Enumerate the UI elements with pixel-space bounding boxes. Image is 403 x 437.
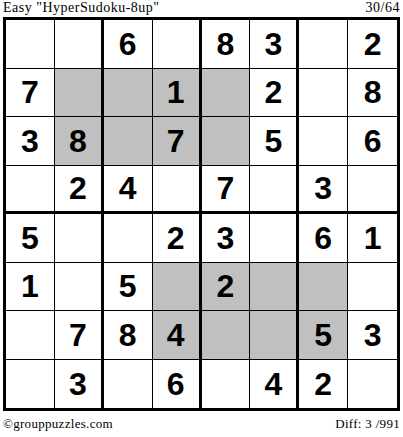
cell-r8c5[interactable] — [202, 360, 251, 409]
cell-r4c8[interactable] — [348, 166, 397, 215]
cell-r7c4: 4 — [153, 311, 202, 360]
cell-r3c7[interactable] — [299, 117, 348, 166]
cell-r1c8: 2 — [348, 20, 397, 69]
cell-r4c5: 7 — [202, 166, 251, 215]
cell-r2c3[interactable] — [104, 69, 153, 118]
cell-r8c8[interactable] — [348, 360, 397, 409]
cell-r3c1: 3 — [6, 117, 55, 166]
sudoku-board: 6832712838756247352361152784533642 — [3, 17, 400, 411]
cell-r6c6[interactable] — [250, 263, 299, 312]
cell-r7c6[interactable] — [250, 311, 299, 360]
header: Easy "HyperSudoku-8up" 30/64 — [3, 0, 400, 16]
cell-r5c1: 5 — [6, 214, 55, 263]
cell-r6c3: 5 — [104, 263, 153, 312]
cell-r7c5[interactable] — [202, 311, 251, 360]
cell-r3c3[interactable] — [104, 117, 153, 166]
cell-r6c8[interactable] — [348, 263, 397, 312]
cell-r1c5: 8 — [202, 20, 251, 69]
difficulty-text: Diff: 3 /991 — [335, 416, 400, 432]
cell-r2c5[interactable] — [202, 69, 251, 118]
cell-r7c2: 7 — [55, 311, 104, 360]
cell-r1c7[interactable] — [299, 20, 348, 69]
cell-r8c4: 6 — [153, 360, 202, 409]
cell-r5c5: 3 — [202, 214, 251, 263]
cell-r8c6: 4 — [250, 360, 299, 409]
cell-r1c2[interactable] — [55, 20, 104, 69]
cell-r3c2: 8 — [55, 117, 104, 166]
cell-r3c8: 6 — [348, 117, 397, 166]
cell-r1c3: 6 — [104, 20, 153, 69]
cell-r6c7[interactable] — [299, 263, 348, 312]
cell-r6c5: 2 — [202, 263, 251, 312]
cell-r4c7: 3 — [299, 166, 348, 215]
cell-r6c2[interactable] — [55, 263, 104, 312]
cell-r3c5[interactable] — [202, 117, 251, 166]
cell-r1c6: 3 — [250, 20, 299, 69]
cell-r8c3[interactable] — [104, 360, 153, 409]
cell-r6c4[interactable] — [153, 263, 202, 312]
cell-r5c7: 6 — [299, 214, 348, 263]
cell-r7c8: 3 — [348, 311, 397, 360]
cell-r2c8: 8 — [348, 69, 397, 118]
cell-r7c3: 8 — [104, 311, 153, 360]
cell-r2c6: 2 — [250, 69, 299, 118]
cell-r8c2: 3 — [55, 360, 104, 409]
cell-r7c7: 5 — [299, 311, 348, 360]
footer: ©grouppuzzles.com Diff: 3 /991 — [3, 416, 400, 432]
cell-r4c1[interactable] — [6, 166, 55, 215]
cell-r3c6: 5 — [250, 117, 299, 166]
cell-r2c2[interactable] — [55, 69, 104, 118]
cell-r2c4: 1 — [153, 69, 202, 118]
cell-r6c1: 1 — [6, 263, 55, 312]
cell-r5c2[interactable] — [55, 214, 104, 263]
cell-r8c1[interactable] — [6, 360, 55, 409]
cells-counter: 30/64 — [366, 0, 400, 15]
cell-r5c3[interactable] — [104, 214, 153, 263]
cell-r8c7: 2 — [299, 360, 348, 409]
cell-r7c1[interactable] — [6, 311, 55, 360]
cell-r4c3: 4 — [104, 166, 153, 215]
cell-r4c4[interactable] — [153, 166, 202, 215]
puzzle-page: Easy "HyperSudoku-8up" 30/64 68327128387… — [0, 0, 403, 437]
cell-r5c4: 2 — [153, 214, 202, 263]
cell-r4c2: 2 — [55, 166, 104, 215]
copyright-text: ©grouppuzzles.com — [3, 416, 113, 432]
cell-r1c1[interactable] — [6, 20, 55, 69]
puzzle-title: Easy "HyperSudoku-8up" — [3, 0, 160, 15]
cell-r5c8: 1 — [348, 214, 397, 263]
cell-r1c4[interactable] — [153, 20, 202, 69]
cell-r2c7[interactable] — [299, 69, 348, 118]
cell-r2c1: 7 — [6, 69, 55, 118]
cell-r4c6[interactable] — [250, 166, 299, 215]
cell-r3c4: 7 — [153, 117, 202, 166]
cell-r5c6[interactable] — [250, 214, 299, 263]
